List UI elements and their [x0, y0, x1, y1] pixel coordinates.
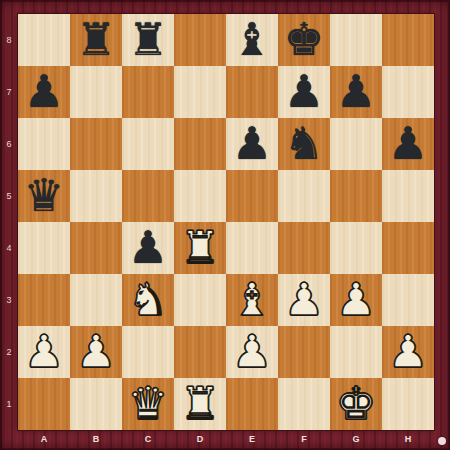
file-label-f: F — [278, 430, 330, 450]
square-h5[interactable] — [382, 170, 434, 222]
file-label-g: G — [330, 430, 382, 450]
piece-black-pawn[interactable]: ♟ — [128, 225, 168, 270]
square-b8[interactable]: ♜ — [70, 14, 122, 66]
square-d2[interactable] — [174, 326, 226, 378]
piece-white-pawn[interactable]: ♟ — [24, 329, 64, 374]
square-d1[interactable]: ♜ — [174, 378, 226, 430]
square-b2[interactable]: ♟ — [70, 326, 122, 378]
square-g7[interactable]: ♟ — [330, 66, 382, 118]
file-label-d: D — [174, 430, 226, 450]
rank-label-7: 7 — [0, 66, 18, 118]
piece-white-pawn[interactable]: ♟ — [336, 277, 376, 322]
rank-label-2: 2 — [0, 326, 18, 378]
piece-white-pawn[interactable]: ♟ — [388, 329, 428, 374]
piece-white-king[interactable]: ♚ — [336, 381, 376, 426]
rank-label-4: 4 — [0, 222, 18, 274]
square-d8[interactable] — [174, 14, 226, 66]
square-g1[interactable]: ♚ — [330, 378, 382, 430]
square-h2[interactable]: ♟ — [382, 326, 434, 378]
square-a3[interactable] — [18, 274, 70, 326]
square-g5[interactable] — [330, 170, 382, 222]
square-e3[interactable]: ♝ — [226, 274, 278, 326]
square-f8[interactable]: ♚ — [278, 14, 330, 66]
square-f2[interactable] — [278, 326, 330, 378]
square-a8[interactable] — [18, 14, 70, 66]
piece-black-pawn[interactable]: ♟ — [284, 69, 324, 114]
file-label-b: B — [70, 430, 122, 450]
square-a4[interactable] — [18, 222, 70, 274]
piece-black-rook[interactable]: ♜ — [76, 17, 116, 62]
piece-white-bishop[interactable]: ♝ — [232, 277, 272, 322]
square-c5[interactable] — [122, 170, 174, 222]
square-b4[interactable] — [70, 222, 122, 274]
piece-black-knight[interactable]: ♞ — [284, 121, 324, 166]
square-h6[interactable]: ♟ — [382, 118, 434, 170]
square-h8[interactable] — [382, 14, 434, 66]
square-d6[interactable] — [174, 118, 226, 170]
square-b6[interactable] — [70, 118, 122, 170]
piece-black-rook[interactable]: ♜ — [128, 17, 168, 62]
square-d7[interactable] — [174, 66, 226, 118]
piece-white-pawn[interactable]: ♟ — [232, 329, 272, 374]
square-c2[interactable] — [122, 326, 174, 378]
square-f3[interactable]: ♟ — [278, 274, 330, 326]
square-g6[interactable] — [330, 118, 382, 170]
square-d4[interactable]: ♜ — [174, 222, 226, 274]
square-g2[interactable] — [330, 326, 382, 378]
square-f6[interactable]: ♞ — [278, 118, 330, 170]
white-to-move-indicator — [438, 437, 446, 445]
piece-white-pawn[interactable]: ♟ — [76, 329, 116, 374]
rank-label-1: 1 — [0, 378, 18, 430]
chess-board-frame: 87654321 ♜♜♝♚♟♟♟♟♞♟♛♟♜♞♝♟♟♟♟♟♟♛♜♚ ABCDEF… — [0, 0, 450, 450]
square-a2[interactable]: ♟ — [18, 326, 70, 378]
square-a6[interactable] — [18, 118, 70, 170]
square-e4[interactable] — [226, 222, 278, 274]
piece-white-knight[interactable]: ♞ — [128, 277, 168, 322]
square-e8[interactable]: ♝ — [226, 14, 278, 66]
piece-black-pawn[interactable]: ♟ — [232, 121, 272, 166]
square-b5[interactable] — [70, 170, 122, 222]
square-c7[interactable] — [122, 66, 174, 118]
square-e1[interactable] — [226, 378, 278, 430]
square-b1[interactable] — [70, 378, 122, 430]
rank-label-6: 6 — [0, 118, 18, 170]
square-a5[interactable]: ♛ — [18, 170, 70, 222]
square-h4[interactable] — [382, 222, 434, 274]
board: ♜♜♝♚♟♟♟♟♞♟♛♟♜♞♝♟♟♟♟♟♟♛♜♚ — [18, 14, 434, 430]
square-e2[interactable]: ♟ — [226, 326, 278, 378]
square-c6[interactable] — [122, 118, 174, 170]
file-label-a: A — [18, 430, 70, 450]
piece-white-pawn[interactable]: ♟ — [284, 277, 324, 322]
square-c4[interactable]: ♟ — [122, 222, 174, 274]
square-e6[interactable]: ♟ — [226, 118, 278, 170]
square-e5[interactable] — [226, 170, 278, 222]
piece-white-queen[interactable]: ♛ — [128, 381, 168, 426]
piece-black-queen[interactable]: ♛ — [24, 173, 64, 218]
piece-black-pawn[interactable]: ♟ — [336, 69, 376, 114]
piece-white-rook[interactable]: ♜ — [180, 381, 220, 426]
square-f4[interactable] — [278, 222, 330, 274]
file-label-h: H — [382, 430, 434, 450]
square-g3[interactable]: ♟ — [330, 274, 382, 326]
square-f7[interactable]: ♟ — [278, 66, 330, 118]
file-label-e: E — [226, 430, 278, 450]
square-d3[interactable] — [174, 274, 226, 326]
rank-labels: 87654321 — [0, 14, 18, 430]
square-e7[interactable] — [226, 66, 278, 118]
piece-black-king[interactable]: ♚ — [284, 17, 324, 62]
rank-label-3: 3 — [0, 274, 18, 326]
square-h7[interactable] — [382, 66, 434, 118]
file-labels: ABCDEFGH — [18, 430, 434, 450]
square-h3[interactable] — [382, 274, 434, 326]
square-c8[interactable]: ♜ — [122, 14, 174, 66]
piece-white-rook[interactable]: ♜ — [180, 225, 220, 270]
square-h1[interactable] — [382, 378, 434, 430]
piece-black-bishop[interactable]: ♝ — [232, 17, 272, 62]
square-a7[interactable]: ♟ — [18, 66, 70, 118]
piece-black-pawn[interactable]: ♟ — [24, 69, 64, 114]
piece-black-pawn[interactable]: ♟ — [388, 121, 428, 166]
square-f5[interactable] — [278, 170, 330, 222]
square-c1[interactable]: ♛ — [122, 378, 174, 430]
square-b7[interactable] — [70, 66, 122, 118]
file-label-c: C — [122, 430, 174, 450]
rank-label-8: 8 — [0, 14, 18, 66]
square-b3[interactable] — [70, 274, 122, 326]
rank-label-5: 5 — [0, 170, 18, 222]
square-g8[interactable] — [330, 14, 382, 66]
square-c3[interactable]: ♞ — [122, 274, 174, 326]
square-f1[interactable] — [278, 378, 330, 430]
square-g4[interactable] — [330, 222, 382, 274]
square-a1[interactable] — [18, 378, 70, 430]
square-d5[interactable] — [174, 170, 226, 222]
